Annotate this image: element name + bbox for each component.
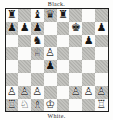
square-b5[interactable] [18,47,31,60]
square-f5[interactable] [69,47,82,60]
black-bishop-c8[interactable]: ♝ [33,9,43,22]
square-a7[interactable]: ♟ [6,22,19,35]
square-e3[interactable] [57,73,70,86]
black-side-label: Black. [0,0,113,8]
square-h2[interactable]: ♙ [95,86,108,99]
square-g4[interactable] [82,60,95,73]
square-b3[interactable] [18,73,31,86]
square-c2[interactable]: ♙ [31,86,44,99]
square-e6[interactable] [57,35,70,48]
white-pawn-h2[interactable]: ♙ [97,86,107,99]
square-a2[interactable]: ♙ [6,86,19,99]
black-rook-a8[interactable]: ♜ [7,9,17,22]
square-e7[interactable] [57,22,70,35]
white-pawn-b2[interactable]: ♙ [20,86,30,99]
white-king-d1[interactable]: ♔ [45,99,55,112]
square-h8[interactable] [95,9,108,22]
square-a8[interactable]: ♜ [6,9,19,22]
square-a1[interactable]: ♖ [6,99,19,112]
square-g3[interactable] [82,73,95,86]
black-pawn-g6[interactable]: ♟ [84,35,94,48]
white-pawn-g2[interactable]: ♙ [84,86,94,99]
white-bishop-c1[interactable]: ♗ [33,99,43,112]
square-d8[interactable]: ♛ [44,9,57,22]
square-g7[interactable] [82,22,95,35]
square-h5[interactable] [95,47,108,60]
square-f7[interactable]: ♚ [69,22,82,35]
chess-board: ♜♝♛♜♟♟♟♚♟♞♟♕♙♟♙♙♙♙♙♙♖♘♗♔♖ [5,8,109,112]
square-f8[interactable] [69,9,82,22]
white-rook-a1[interactable]: ♖ [7,99,17,112]
white-pawn-f2[interactable]: ♙ [71,86,81,99]
board-frame: ♜♝♛♜♟♟♟♚♟♞♟♕♙♟♙♙♙♙♙♙♖♘♗♔♖ [5,8,109,112]
chess-diagram-page: Black. ♜♝♛♜♟♟♟♚♟♞♟♕♙♟♙♙♙♙♙♙♖♘♗♔♖ White. [0,0,113,120]
square-f2[interactable]: ♙ [69,86,82,99]
square-a4[interactable] [6,60,19,73]
black-queen-d8[interactable]: ♛ [45,9,55,22]
square-c8[interactable]: ♝ [31,9,44,22]
square-h7[interactable]: ♟ [95,22,108,35]
black-pawn-h7[interactable]: ♟ [97,22,107,35]
square-c3[interactable] [31,73,44,86]
black-pawn-d4[interactable]: ♟ [45,60,55,73]
square-h6[interactable] [95,35,108,48]
square-c4[interactable] [31,60,44,73]
white-pawn-a2[interactable]: ♙ [7,86,17,99]
square-b7[interactable]: ♟ [18,22,31,35]
square-g5[interactable] [82,47,95,60]
square-a6[interactable] [6,35,19,48]
square-e4[interactable] [57,60,70,73]
square-e1[interactable] [57,99,70,112]
square-e8[interactable]: ♜ [57,9,70,22]
square-d7[interactable] [44,22,57,35]
white-side-label: White. [0,112,113,120]
square-h3[interactable] [95,73,108,86]
square-d2[interactable] [44,86,57,99]
square-g6[interactable]: ♟ [82,35,95,48]
square-b4[interactable] [18,60,31,73]
square-a3[interactable] [6,73,19,86]
black-king-f7[interactable]: ♚ [71,22,81,35]
square-d3[interactable] [44,73,57,86]
square-g1[interactable] [82,99,95,112]
black-rook-e8[interactable]: ♜ [58,9,68,22]
white-pawn-c2[interactable]: ♙ [33,86,43,99]
black-pawn-c7[interactable]: ♟ [33,22,43,35]
white-queen-c5[interactable]: ♕ [33,47,43,60]
square-f3[interactable] [69,73,82,86]
square-g8[interactable] [82,9,95,22]
square-c1[interactable]: ♗ [31,99,44,112]
square-e5[interactable] [57,47,70,60]
square-b1[interactable]: ♘ [18,99,31,112]
square-f6[interactable] [69,35,82,48]
square-b2[interactable]: ♙ [18,86,31,99]
square-g2[interactable]: ♙ [82,86,95,99]
square-d1[interactable]: ♔ [44,99,57,112]
square-b8[interactable] [18,9,31,22]
square-h4[interactable] [95,60,108,73]
square-e2[interactable] [57,86,70,99]
black-pawn-a7[interactable]: ♟ [7,22,17,35]
white-rook-h1[interactable]: ♖ [97,99,107,112]
black-pawn-b7[interactable]: ♟ [20,22,30,35]
square-f4[interactable] [69,60,82,73]
square-d4[interactable]: ♟ [44,60,57,73]
square-f1[interactable] [69,99,82,112]
square-a5[interactable] [6,47,19,60]
square-b6[interactable] [18,35,31,48]
square-c7[interactable]: ♟ [31,22,44,35]
white-knight-b1[interactable]: ♘ [20,99,30,112]
square-h1[interactable]: ♖ [95,99,108,112]
square-c5[interactable]: ♕ [31,47,44,60]
